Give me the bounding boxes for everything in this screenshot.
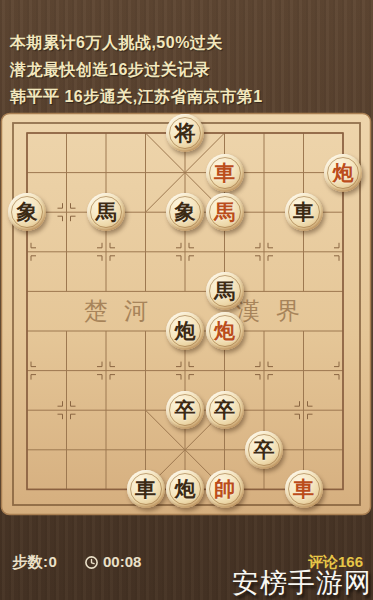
piece-glyph: 炮 — [324, 154, 362, 192]
announcement-line-2: 潜龙最快创造16步过关记录 — [10, 56, 370, 83]
piece-glyph: 車 — [206, 154, 244, 192]
river-label-right: 漢界 — [236, 298, 316, 324]
piece-glyph: 象 — [8, 193, 46, 231]
piece-glyph: 車 — [285, 470, 323, 508]
piece-black-pawn[interactable]: 卒 — [166, 391, 204, 429]
piece-glyph: 将 — [166, 114, 204, 152]
piece-black-elephant[interactable]: 象 — [8, 193, 46, 231]
piece-glyph: 炮 — [166, 312, 204, 350]
announcement-line-1: 本期累计6万人挑战,50%过关 — [10, 29, 370, 56]
xiangqi-app-screen: 本期累计6万人挑战,50%过关 潜龙最快创造16步过关记录 韩平平 16步通关,… — [0, 0, 373, 600]
piece-glyph: 炮 — [206, 312, 244, 350]
piece-glyph: 卒 — [166, 391, 204, 429]
piece-black-horse[interactable]: 馬 — [87, 193, 125, 231]
river-label-left: 楚河 — [84, 298, 164, 324]
piece-red-cannon[interactable]: 炮 — [206, 312, 244, 350]
challenge-announcement: 本期累计6万人挑战,50%过关 潜龙最快创造16步过关记录 韩平平 16步通关,… — [10, 29, 370, 110]
piece-glyph: 象 — [166, 193, 204, 231]
site-watermark: 安榜手游网 — [232, 565, 372, 600]
piece-glyph: 馬 — [206, 272, 244, 310]
timer-value: 00:08 — [103, 553, 141, 570]
piece-glyph: 車 — [127, 470, 165, 508]
piece-black-chariot[interactable]: 車 — [127, 470, 165, 508]
piece-black-cannon[interactable]: 炮 — [166, 312, 204, 350]
piece-black-pawn[interactable]: 卒 — [245, 431, 283, 469]
piece-glyph: 帥 — [206, 470, 244, 508]
piece-red-horse[interactable]: 馬 — [206, 193, 244, 231]
piece-glyph: 車 — [285, 193, 323, 231]
piece-glyph: 卒 — [245, 431, 283, 469]
piece-glyph: 馬 — [206, 193, 244, 231]
clock-icon — [84, 555, 99, 570]
piece-glyph: 炮 — [166, 470, 204, 508]
piece-glyph: 卒 — [206, 391, 244, 429]
piece-black-elephant[interactable]: 象 — [166, 193, 204, 231]
piece-black-general[interactable]: 将 — [166, 114, 204, 152]
piece-black-chariot[interactable]: 車 — [285, 193, 323, 231]
piece-black-cannon[interactable]: 炮 — [166, 470, 204, 508]
piece-black-pawn[interactable]: 卒 — [206, 391, 244, 429]
piece-red-chariot[interactable]: 車 — [285, 470, 323, 508]
piece-black-horse[interactable]: 馬 — [206, 272, 244, 310]
piece-glyph: 馬 — [87, 193, 125, 231]
piece-red-cannon[interactable]: 炮 — [324, 154, 362, 192]
announcement-line-3: 韩平平 16步通关,江苏省南京市第1 — [10, 83, 370, 110]
piece-red-general[interactable]: 帥 — [206, 470, 244, 508]
move-counter: 步数:0 — [12, 553, 57, 572]
xiangqi-board[interactable]: 楚河 漢界 将車炮象馬象馬車馬炮炮卒卒卒車炮帥車 — [0, 112, 373, 517]
piece-red-chariot[interactable]: 車 — [206, 154, 244, 192]
